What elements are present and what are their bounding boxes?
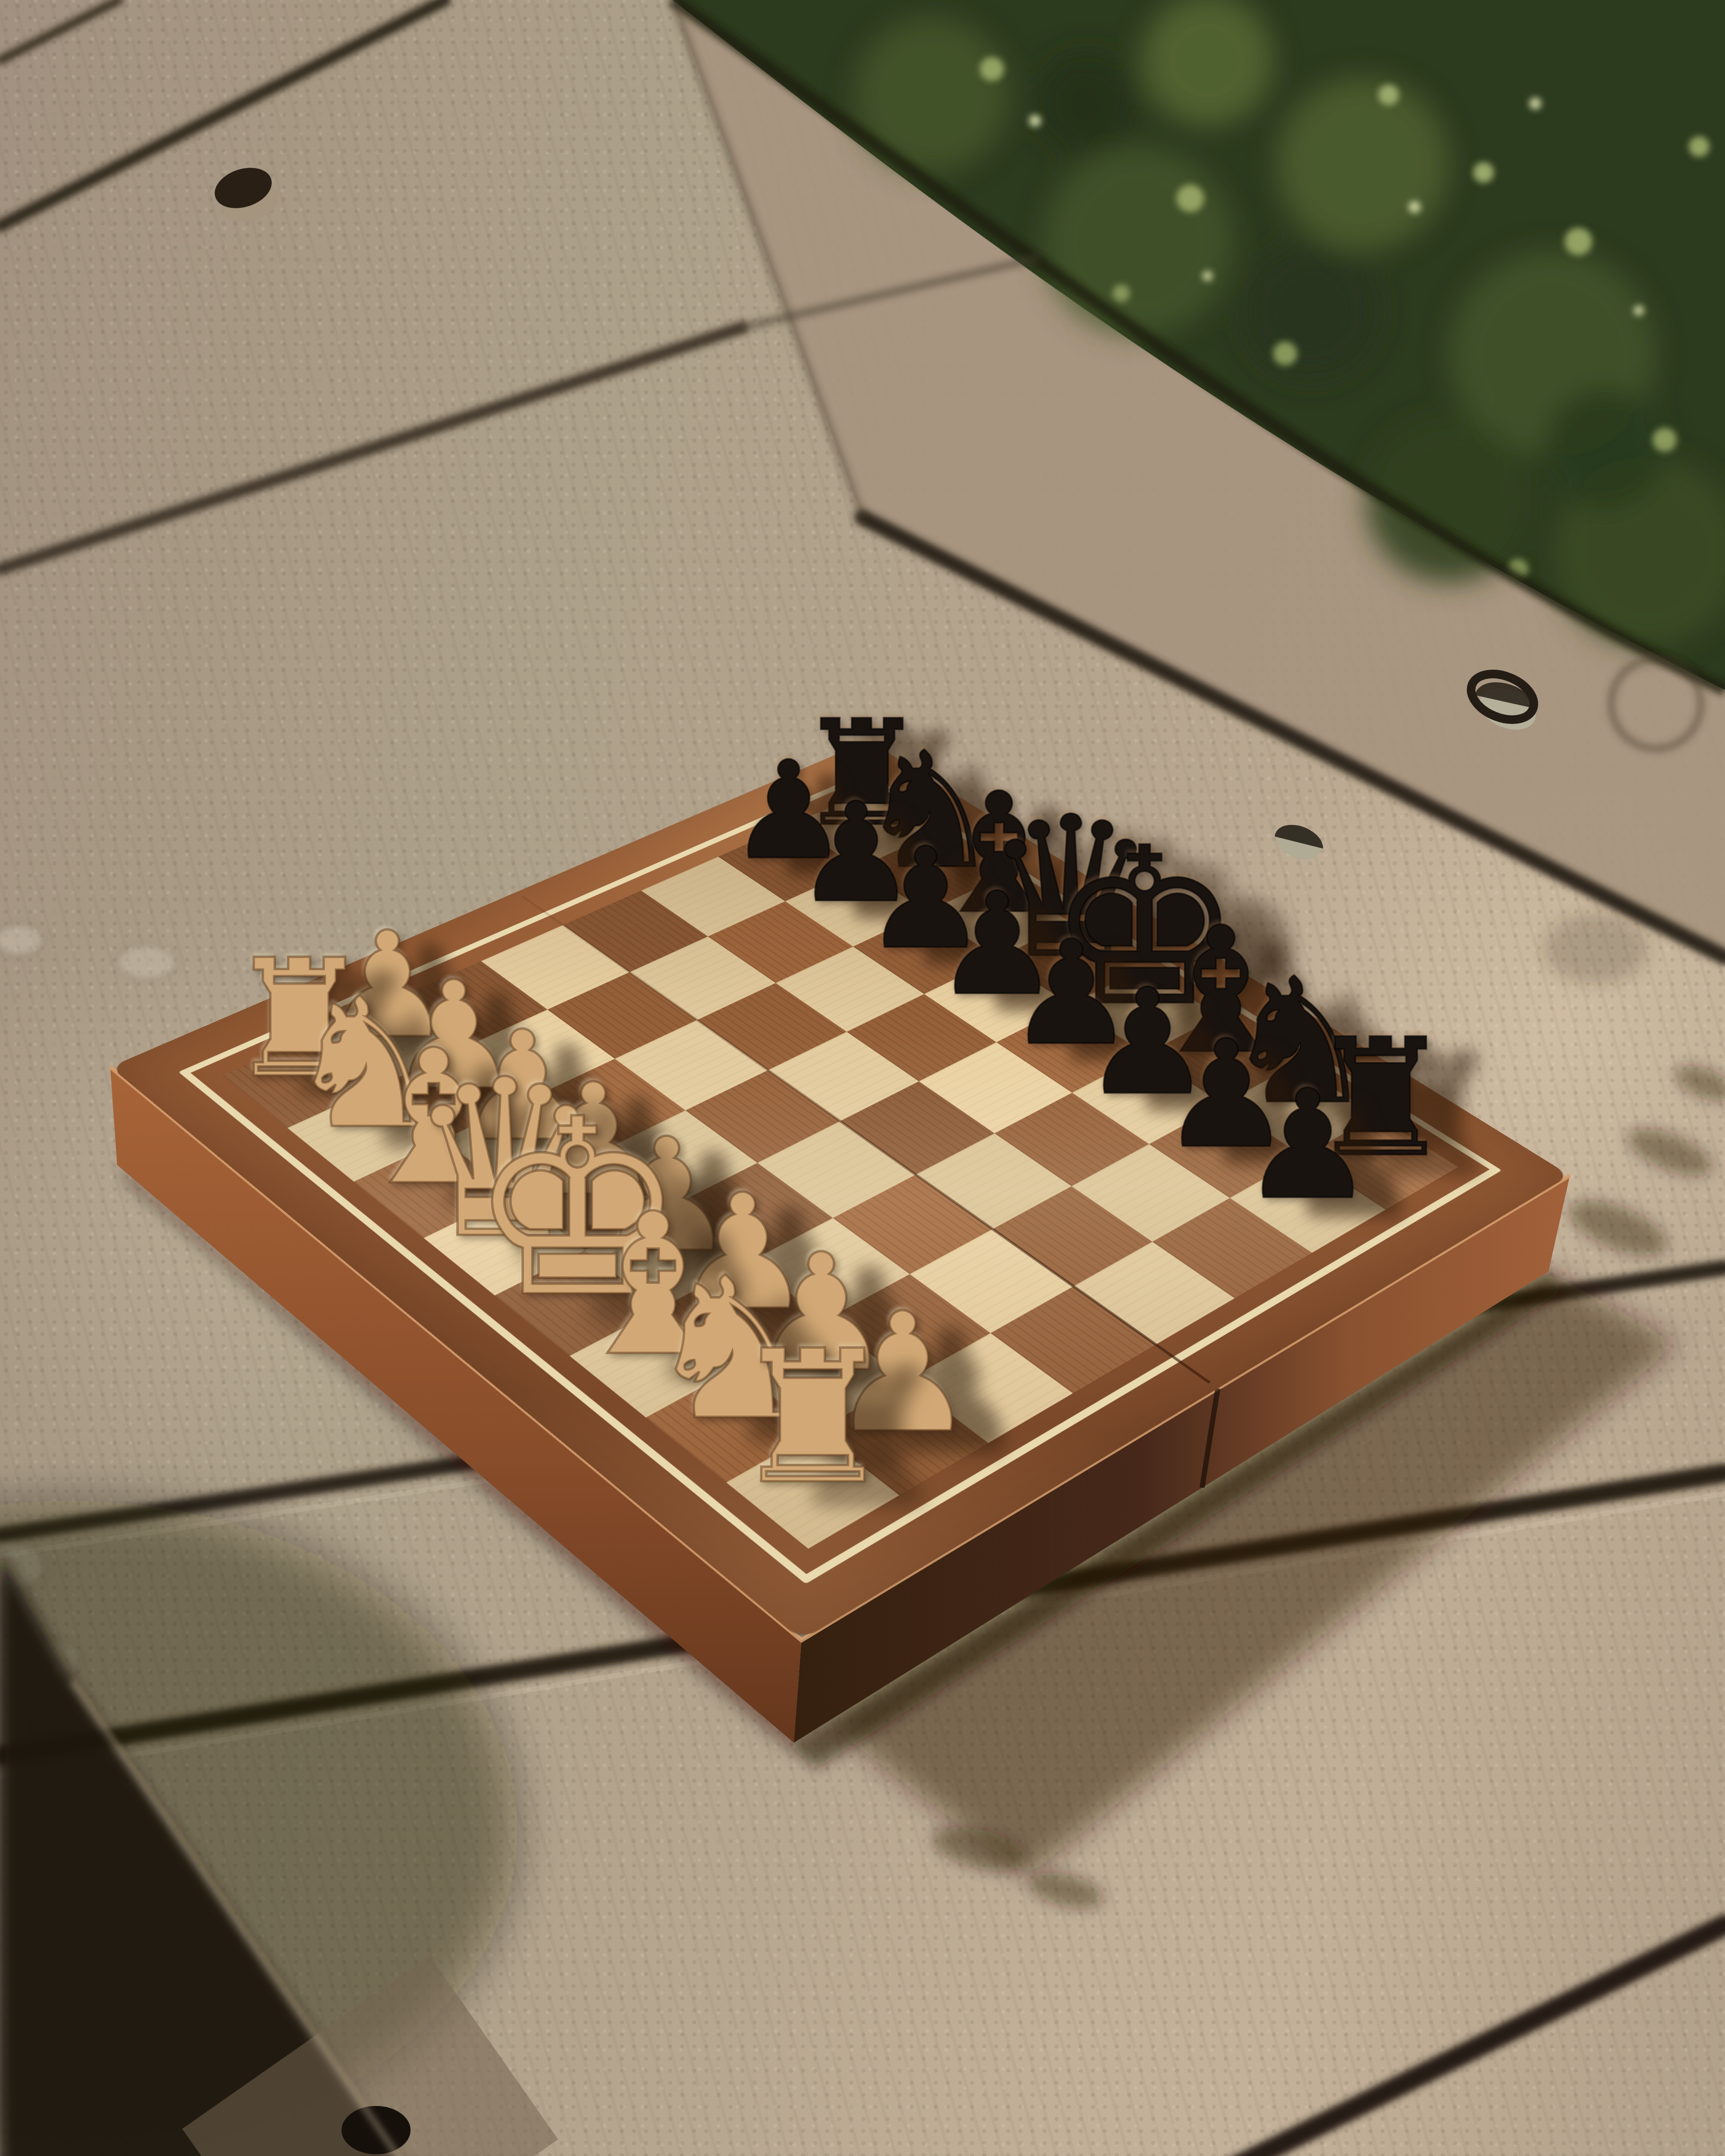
table-end-shadow-corner <box>0 1501 558 2156</box>
square-e6[interactable] <box>919 1042 1071 1133</box>
square-c2[interactable] <box>444 1098 601 1194</box>
square-e3[interactable] <box>673 1163 833 1262</box>
square-c7[interactable] <box>853 912 998 993</box>
square-f6[interactable] <box>994 1092 1149 1186</box>
square-g1[interactable] <box>646 1368 817 1482</box>
square-a8[interactable] <box>793 792 931 867</box>
square-h5[interactable] <box>1073 1241 1236 1344</box>
square-a1[interactable] <box>222 1036 376 1128</box>
bolt-hole <box>210 161 284 229</box>
square-c5[interactable] <box>697 983 847 1070</box>
square-f5[interactable] <box>915 1133 1072 1229</box>
square-f2[interactable] <box>660 1262 825 1368</box>
square-d8[interactable] <box>998 922 1143 1005</box>
square-g5[interactable] <box>993 1186 1152 1286</box>
square-a7[interactable] <box>718 824 859 901</box>
square-b3[interactable] <box>464 1009 615 1098</box>
square-c3[interactable] <box>531 1059 686 1151</box>
square-a2[interactable] <box>311 998 463 1087</box>
square-a6[interactable] <box>642 857 784 936</box>
square-h3[interactable] <box>905 1332 1073 1443</box>
square-g2[interactable] <box>737 1320 905 1430</box>
square-f3[interactable] <box>748 1217 910 1320</box>
square-d1[interactable] <box>423 1194 586 1295</box>
square-d7[interactable] <box>924 957 1071 1042</box>
square-e5[interactable] <box>840 1081 994 1174</box>
square-f7[interactable] <box>1072 1053 1223 1144</box>
photo-scene: ♜♞♝♛♚♝♞♜♟♟♟♟♟♟♟♟♟♟♟♟♟♟♟♟♜♞♝♛♚♝♞♜ <box>0 0 1725 2156</box>
square-b4[interactable] <box>548 972 697 1059</box>
square-h1[interactable] <box>726 1430 900 1549</box>
square-f1[interactable] <box>569 1308 737 1418</box>
square-h8[interactable] <box>1304 1115 1458 1210</box>
square-a3[interactable] <box>398 961 548 1047</box>
square-c8[interactable] <box>928 877 1070 957</box>
square-h6[interactable] <box>1152 1197 1312 1298</box>
square-e4[interactable] <box>758 1121 915 1217</box>
square-d5[interactable] <box>768 1031 919 1121</box>
square-g7[interactable] <box>1149 1103 1303 1197</box>
square-d4[interactable] <box>686 1070 840 1163</box>
square-b1[interactable] <box>287 1087 444 1181</box>
square-b6[interactable] <box>708 901 853 983</box>
square-b8[interactable] <box>859 834 1000 912</box>
square-c6[interactable] <box>776 946 924 1031</box>
square-c4[interactable] <box>615 1020 767 1109</box>
square-e1[interactable] <box>495 1250 660 1355</box>
square-c1[interactable] <box>354 1139 514 1238</box>
square-h2[interactable] <box>817 1380 988 1495</box>
square-a5[interactable] <box>563 890 708 972</box>
square-f8[interactable] <box>1146 1015 1295 1103</box>
square-b7[interactable] <box>784 867 927 946</box>
square-e2[interactable] <box>586 1205 748 1307</box>
square-h7[interactable] <box>1229 1156 1386 1253</box>
square-g8[interactable] <box>1223 1065 1375 1156</box>
square-g4[interactable] <box>910 1229 1073 1332</box>
square-f4[interactable] <box>833 1174 992 1274</box>
bolt-hole <box>1273 821 1325 865</box>
square-e8[interactable] <box>1071 968 1218 1053</box>
square-e7[interactable] <box>996 1005 1146 1092</box>
square-b2[interactable] <box>376 1047 531 1139</box>
square-a4[interactable] <box>482 925 629 1009</box>
square-d2[interactable] <box>514 1151 673 1250</box>
square-b5[interactable] <box>629 936 777 1020</box>
square-d3[interactable] <box>601 1109 758 1205</box>
square-g3[interactable] <box>825 1274 991 1380</box>
square-g6[interactable] <box>1072 1144 1229 1241</box>
square-h4[interactable] <box>991 1286 1156 1393</box>
square-d6[interactable] <box>847 993 997 1081</box>
